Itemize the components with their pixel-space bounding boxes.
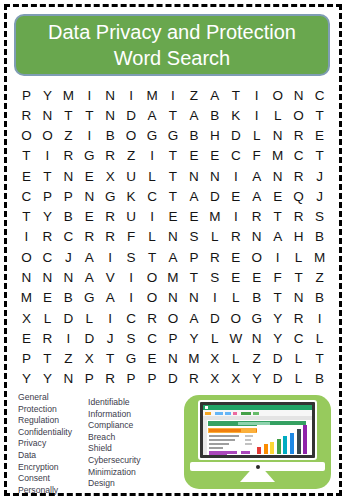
grid-cell: I [121,288,142,308]
grid-cell: K [225,105,246,125]
grid-cell: N [163,348,184,368]
grid-cell: F [246,146,267,166]
grid-cell: O [16,126,37,146]
grid-cell: I [225,207,246,227]
chart-bar [277,439,281,454]
grid-cell: R [100,207,121,227]
spreadsheet-purple-segment [241,451,250,454]
grid-cell: T [16,207,37,227]
grid-cell: Z [121,146,142,166]
grid-cell: N [37,267,58,287]
grid-cell: N [100,105,121,125]
spreadsheet-row-numbers [203,420,207,455]
grid-cell: N [267,166,288,186]
grid-cell: R [79,227,100,247]
grid-cell: E [225,186,246,206]
grid-cell: S [121,247,142,267]
grid-cell: X [204,369,225,389]
grid-cell: E [204,146,225,166]
grid-cell: X [100,166,121,186]
grid-cell: D [121,105,142,125]
grid-cell: C [142,186,163,206]
grid-cell: P [16,348,37,368]
grid-cell: N [16,267,37,287]
grid-cell: E [79,207,100,227]
grid-cell: Q [288,186,309,206]
grid-cell: N [58,166,79,186]
grid-cell: Z [58,348,79,368]
spreadsheet-column-headers [203,416,312,420]
grid-cell: I [37,146,58,166]
grid-cell: A [79,247,100,267]
monitor-chin [190,462,325,471]
grid-cell: E [225,247,246,267]
grid-cell: P [37,186,58,206]
grid-cell: R [225,227,246,247]
grid-cell: L [79,308,100,328]
grid-cell: B [58,207,79,227]
grid-cell: B [204,105,225,125]
grid-cell: L [309,328,330,348]
grid-cell: R [288,308,309,328]
grid-cell: A [183,105,204,125]
word-list-item: Shield [88,443,141,455]
grid-cell: L [225,348,246,368]
spreadsheet-monitor-illustration [184,395,331,489]
grid-cell: U [121,207,142,227]
toolbar-chip-orange [205,412,211,415]
grid-cell: M [142,85,163,105]
grid-cell: O [267,85,288,105]
grid-cell: P [183,247,204,267]
grid-cell: T [225,85,246,105]
toolbar-chip-pink [233,412,237,415]
grid-cell: S [204,267,225,287]
word-list-item: Confidentiality [18,427,72,439]
grid-cell: P [79,369,100,389]
grid-cell: T [163,146,184,166]
page-title-line2: Word Search [114,45,230,71]
grid-cell: I [246,105,267,125]
grid-cell: B [100,126,121,146]
word-list-item: Identifiable [88,397,141,409]
grid-cell: R [246,207,267,227]
chart-bar [303,425,307,454]
grid-cell: R [37,227,58,247]
grid-cell: K [121,186,142,206]
grid-cell: I [79,85,100,105]
grid-cell: A [267,227,288,247]
grid-cell: L [288,369,309,389]
grid-cell: I [163,85,184,105]
grid-cell: L [204,328,225,348]
grid-cell: E [183,146,204,166]
grid-cell: C [37,247,58,267]
monitor-frame [198,400,317,460]
grid-cell: R [288,126,309,146]
spreadsheet-orange-segment [209,429,241,432]
grid-cell: I [142,207,163,227]
word-list-item: Information [88,409,141,421]
grid-cell: L [267,105,288,125]
word-list-item: Cybersecurity [88,455,141,467]
grid-cell: T [37,166,58,186]
grid-cell: A [100,288,121,308]
grid-cell: Y [16,369,37,389]
grid-cell: L [142,227,163,247]
grid-cell: H [204,126,225,146]
grid-cell: N [58,267,79,287]
toolbar-chip-green [253,412,259,415]
grid-cell: D [267,369,288,389]
grid-cell: W [225,328,246,348]
grid-cell: Y [37,85,58,105]
grid-cell: J [309,186,330,206]
chart-bars [257,425,309,454]
grid-cell: X [16,308,37,328]
grid-cell: N [246,328,267,348]
spreadsheet-data-value [245,443,252,445]
grid-cell: T [267,288,288,308]
monitor-power-dot-icon [256,465,260,469]
grid-cell: R [204,247,225,267]
grid-cell: F [121,227,142,247]
spreadsheet-data-value [245,439,251,441]
grid-cell: E [225,267,246,287]
grid-cell: E [79,166,100,186]
grid-cell: P [121,369,142,389]
grid-cell: E [37,288,58,308]
grid-cell: B [183,126,204,146]
grid-cell: F [267,267,288,287]
grid-cell: N [58,369,79,389]
grid-cell: R [288,166,309,186]
grid-cell: P [16,85,37,105]
grid-cell: I [267,247,288,267]
grid-cell: M [58,85,79,105]
word-list-item: Design [88,478,141,490]
grid-cell: G [246,308,267,328]
grid-cell: O [142,288,163,308]
grid-cell: D [204,308,225,328]
grid-cell: S [183,227,204,247]
grid-cell: Z [309,267,330,287]
word-list-col1: GeneralProtectionRegulationConfidentiali… [18,392,72,496]
grid-cell: E [163,207,184,227]
grid-cell: S [309,207,330,227]
grid-cell: M [309,247,330,267]
grid-cell: R [142,308,163,328]
grid-cell: I [121,85,142,105]
chart-bar [264,444,268,454]
monitor-stand [240,471,275,482]
grid-cell: I [58,328,79,348]
grid-cell: C [225,146,246,166]
grid-cell: N [163,288,184,308]
grid-cell: Y [267,308,288,328]
grid-cell: X [79,348,100,368]
grid-cell: G [79,146,100,166]
grid-cell: P [58,186,79,206]
word-list-item: Protection [18,404,72,416]
grid-cell: N [79,186,100,206]
grid-cell: D [79,328,100,348]
grid-cell: D [267,348,288,368]
grid-cell: J [100,328,121,348]
grid-cell: I [225,166,246,186]
grid-cell: Y [246,369,267,389]
grid-cell: I [100,308,121,328]
grid-cell: T [183,267,204,287]
chart-bar [270,442,274,454]
grid-cell: N [246,227,267,247]
grid-cell: T [163,186,184,206]
grid-cell: H [288,227,309,247]
grid-cell: A [79,267,100,287]
grid-cell: O [246,247,267,267]
grid-cell: B [309,369,330,389]
grid-cell: L [225,288,246,308]
grid-cell: X [204,348,225,368]
spreadsheet-data-row [209,443,229,445]
grid-cell: C [16,186,37,206]
grid-cell: T [16,146,37,166]
grid-cell: A [204,85,225,105]
grid-cell: O [16,247,37,267]
chart-bar [290,433,294,454]
chart-bar [283,436,287,454]
grid-cell: M [16,288,37,308]
grid-cell: G [121,348,142,368]
grid-cell: R [16,105,37,125]
grid-cell: I [142,146,163,166]
grid-cell: D [58,308,79,328]
grid-cell: M [163,267,184,287]
grid-cell: A [183,308,204,328]
spreadsheet-data-value [245,435,253,437]
grid-cell: T [142,247,163,267]
grid-cell: N [267,126,288,146]
spreadsheet-data-row [209,447,223,449]
grid-cell: P [163,328,184,348]
grid-cell: N [288,288,309,308]
grid-cell: P [142,369,163,389]
grid-cell: J [309,166,330,186]
grid-cell: E [142,348,163,368]
grid-cell: N [183,166,204,186]
grid-cell: B [309,288,330,308]
grid-cell: D [204,186,225,206]
grid-cell: D [225,126,246,146]
grid-cell: R [183,369,204,389]
grid-cell: E [183,207,204,227]
grid-cell: I [16,227,37,247]
grid-cell: C [142,328,163,348]
grid-cell: I [100,247,121,267]
grid-cell: L [37,308,58,328]
grid-cell: Y [37,207,58,227]
grid-cell: Y [183,328,204,348]
grid-cell: L [288,247,309,267]
grid-cell: I [204,288,225,308]
grid-cell: X [225,369,246,389]
grid-cell: B [58,288,79,308]
grid-cell: L [204,227,225,247]
grid-cell: M [183,348,204,368]
grid-cell: M [267,146,288,166]
grid-cell: O [225,308,246,328]
grid-cell: N [183,288,204,308]
grid-cell: I [246,85,267,105]
grid-cell: T [37,348,58,368]
grid-cell: R [37,328,58,348]
grid-cell: A [246,186,267,206]
word-list-item: Regulation [18,415,72,427]
grid-cell: C [288,146,309,166]
page-title: Data Privacy and Protection Word Search [14,14,330,76]
grid-cell: C [58,227,79,247]
spreadsheet-purple-row [209,454,227,455]
grid-cell: I [121,267,142,287]
grid-cell: G [79,288,100,308]
grid-cell: O [142,267,163,287]
chart-bar [257,447,261,454]
grid-cell: T [163,166,184,186]
word-list-col2: IdentifiableInformationComplianceBreachS… [88,397,141,490]
grid-cell: D [163,369,184,389]
grid-cell: V [100,267,121,287]
grid-cell: G [163,126,184,146]
chart-bar [297,429,301,454]
grid-cell: L [246,126,267,146]
grid-cell: O [121,126,142,146]
grid-cell: Z [246,348,267,368]
toolbar-chip-blue [215,412,223,415]
grid-cell: T [163,105,184,125]
grid-cell: A [142,105,163,125]
grid-cell: C [288,328,309,348]
grid-cell: T [79,105,100,125]
grid-cell: E [246,267,267,287]
grid-cell: M [204,207,225,227]
grid-cell: T [309,105,330,125]
grid-cell: R [58,146,79,166]
grid-cell: R [100,227,121,247]
word-list-item: Compliance [88,420,141,432]
grid-cell: T [309,146,330,166]
grid-cell: N [288,85,309,105]
grid-cell: B [309,227,330,247]
grid-cell: T [309,348,330,368]
grid-cell: R [100,146,121,166]
monitor-screen [203,405,312,455]
grid-cell: O [37,126,58,146]
word-list-item: Consent [18,473,72,485]
grid-cell: I [309,308,330,328]
grid-cell: T [100,348,121,368]
grid-cell: Y [37,369,58,389]
page-title-line1: Data Privacy and Protection [48,19,296,45]
grid-cell: T [288,267,309,287]
word-list-item: Data [18,450,72,462]
word-list-item: Encryption [18,462,72,474]
grid-cell: Z [58,126,79,146]
grid-cell: T [267,207,288,227]
grid-cell: J [58,247,79,267]
grid-cell: E [16,166,37,186]
spreadsheet-data-row [209,435,239,437]
grid-cell: N [204,166,225,186]
grid-cell: E [309,126,330,146]
grid-cell: Z [183,85,204,105]
grid-cell: N [163,227,184,247]
grid-cell: T [58,105,79,125]
grid-cell: E [16,328,37,348]
grid-cell: C [309,85,330,105]
grid-cell: Y [267,328,288,348]
grid-cell: L [288,348,309,368]
grid-cell: I [79,126,100,146]
grid-cell: O [288,105,309,125]
worksheet-page: Data Privacy and Protection Word Search … [4,4,342,496]
grid-cell: A [246,166,267,186]
grid-cell: O [163,308,184,328]
grid-cell: G [100,186,121,206]
word-list-item: Minimization [88,467,141,479]
word-search-grid: PYMINIMIZATIONCRNTTNDATABKILOTOOZIBOGGBH… [16,85,330,389]
grid-cell: C [121,308,142,328]
word-list-item: Privacy [18,438,72,450]
word-list-item: Personally [18,485,72,497]
grid-cell: R [100,369,121,389]
word-list-item: Breach [88,432,141,444]
grid-cell: L [142,166,163,186]
grid-cell: G [142,126,163,146]
toolbar-chip-green [241,412,251,415]
grid-cell: E [267,186,288,206]
spreadsheet-app-icon [205,406,208,409]
word-list-item: General [18,392,72,404]
grid-cell: N [37,105,58,125]
grid-cell: U [121,166,142,186]
grid-cell: N [100,85,121,105]
grid-cell: S [121,328,142,348]
toolbar-chip-blue [225,412,231,415]
grid-cell: A [163,247,184,267]
grid-cell: R [288,207,309,227]
spreadsheet-data-row [209,439,235,441]
grid-cell: A [183,186,204,206]
grid-cell: B [246,288,267,308]
